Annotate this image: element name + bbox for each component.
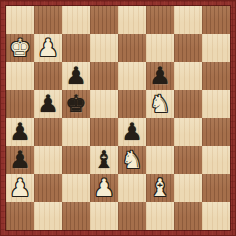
- square-c1[interactable]: [62, 202, 90, 230]
- square-d2[interactable]: ♟: [90, 174, 118, 202]
- square-e1[interactable]: [118, 202, 146, 230]
- square-a4[interactable]: ♟: [6, 118, 34, 146]
- black-pawn[interactable]: ♟: [34, 90, 62, 118]
- square-g2[interactable]: [174, 174, 202, 202]
- square-h5[interactable]: [202, 90, 230, 118]
- square-f7[interactable]: [146, 34, 174, 62]
- square-e8[interactable]: [118, 6, 146, 34]
- square-c7[interactable]: [62, 34, 90, 62]
- square-c6[interactable]: ♟: [62, 62, 90, 90]
- square-b7[interactable]: ♟: [34, 34, 62, 62]
- square-h8[interactable]: [202, 6, 230, 34]
- square-d7[interactable]: [90, 34, 118, 62]
- black-pawn[interactable]: ♟: [62, 62, 90, 90]
- square-d1[interactable]: [90, 202, 118, 230]
- square-h1[interactable]: [202, 202, 230, 230]
- square-a1[interactable]: [6, 202, 34, 230]
- square-f8[interactable]: [146, 6, 174, 34]
- square-e6[interactable]: [118, 62, 146, 90]
- square-g7[interactable]: [174, 34, 202, 62]
- square-a5[interactable]: [6, 90, 34, 118]
- white-pawn[interactable]: ♟: [34, 34, 62, 62]
- black-pawn[interactable]: ♟: [146, 62, 174, 90]
- square-h4[interactable]: [202, 118, 230, 146]
- square-g4[interactable]: [174, 118, 202, 146]
- square-h3[interactable]: [202, 146, 230, 174]
- square-e4[interactable]: ♟: [118, 118, 146, 146]
- square-d8[interactable]: [90, 6, 118, 34]
- white-knight[interactable]: ♞: [146, 90, 174, 118]
- black-bishop[interactable]: ♝: [90, 146, 118, 174]
- square-f5[interactable]: ♞: [146, 90, 174, 118]
- square-b5[interactable]: ♟: [34, 90, 62, 118]
- white-bishop[interactable]: ♝: [146, 174, 174, 202]
- chess-board[interactable]: ♚♟♟♟♟♚♞♟♟♟♝♞♟♟♝: [6, 6, 230, 230]
- square-a7[interactable]: ♚: [6, 34, 34, 62]
- square-h7[interactable]: [202, 34, 230, 62]
- square-e7[interactable]: [118, 34, 146, 62]
- square-b8[interactable]: [34, 6, 62, 34]
- square-f1[interactable]: [146, 202, 174, 230]
- square-h2[interactable]: [202, 174, 230, 202]
- white-pawn[interactable]: ♟: [6, 174, 34, 202]
- square-e3[interactable]: ♞: [118, 146, 146, 174]
- square-a6[interactable]: [6, 62, 34, 90]
- black-king[interactable]: ♚: [62, 90, 90, 118]
- square-f2[interactable]: ♝: [146, 174, 174, 202]
- square-b3[interactable]: [34, 146, 62, 174]
- square-a8[interactable]: [6, 6, 34, 34]
- square-b1[interactable]: [34, 202, 62, 230]
- square-g8[interactable]: [174, 6, 202, 34]
- square-e2[interactable]: [118, 174, 146, 202]
- square-g5[interactable]: [174, 90, 202, 118]
- square-b2[interactable]: [34, 174, 62, 202]
- square-d4[interactable]: [90, 118, 118, 146]
- square-f3[interactable]: [146, 146, 174, 174]
- square-h6[interactable]: [202, 62, 230, 90]
- square-e5[interactable]: [118, 90, 146, 118]
- white-knight[interactable]: ♞: [118, 146, 146, 174]
- square-g1[interactable]: [174, 202, 202, 230]
- square-c3[interactable]: [62, 146, 90, 174]
- square-c5[interactable]: ♚: [62, 90, 90, 118]
- black-pawn[interactable]: ♟: [6, 118, 34, 146]
- square-f6[interactable]: ♟: [146, 62, 174, 90]
- white-king[interactable]: ♚: [6, 34, 34, 62]
- square-c8[interactable]: [62, 6, 90, 34]
- square-g3[interactable]: [174, 146, 202, 174]
- black-pawn[interactable]: ♟: [118, 118, 146, 146]
- square-b4[interactable]: [34, 118, 62, 146]
- white-pawn[interactable]: ♟: [90, 174, 118, 202]
- black-pawn[interactable]: ♟: [6, 146, 34, 174]
- square-a3[interactable]: ♟: [6, 146, 34, 174]
- square-d6[interactable]: [90, 62, 118, 90]
- square-d3[interactable]: ♝: [90, 146, 118, 174]
- square-c2[interactable]: [62, 174, 90, 202]
- square-b6[interactable]: [34, 62, 62, 90]
- square-c4[interactable]: [62, 118, 90, 146]
- square-d5[interactable]: [90, 90, 118, 118]
- square-a2[interactable]: ♟: [6, 174, 34, 202]
- square-f4[interactable]: [146, 118, 174, 146]
- board-frame: ♚♟♟♟♟♚♞♟♟♟♝♞♟♟♝: [0, 0, 236, 236]
- square-g6[interactable]: [174, 62, 202, 90]
